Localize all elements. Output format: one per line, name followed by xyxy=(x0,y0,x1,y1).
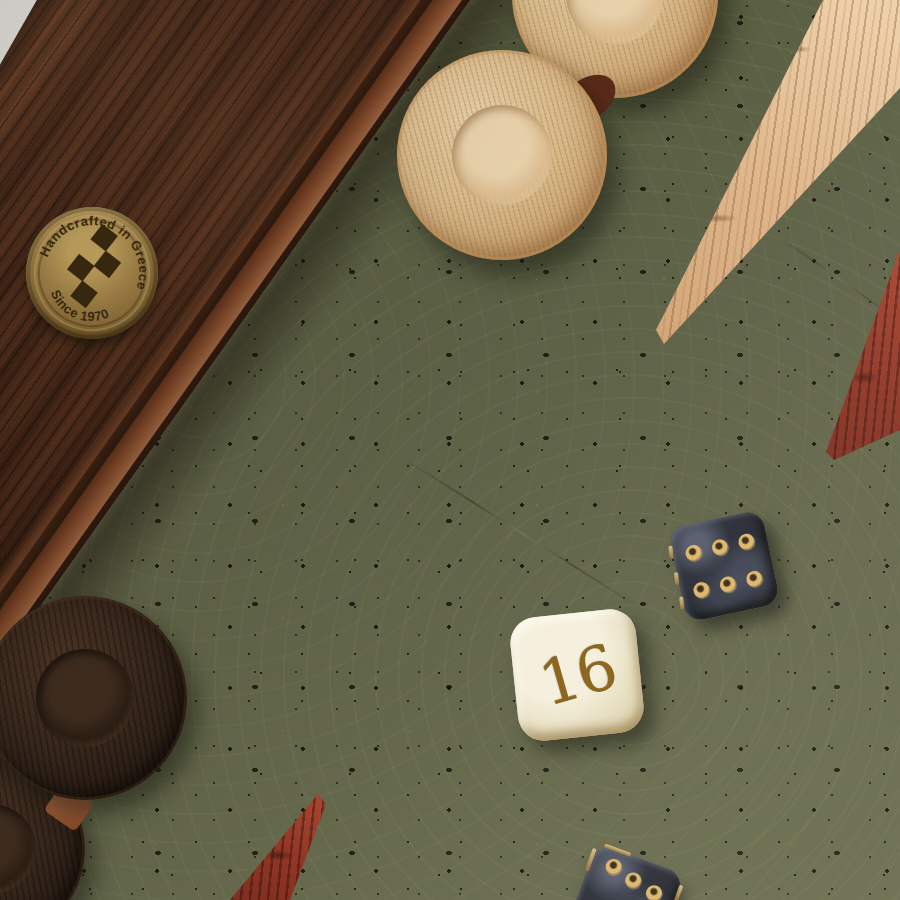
checker-center xyxy=(0,804,36,894)
die-edge-glint xyxy=(679,597,684,610)
die-edge-glint xyxy=(668,546,673,559)
doubling-cube[interactable]: 16 xyxy=(508,607,646,743)
checker-center xyxy=(452,105,553,206)
backgammon-set-photo: Handcrafted in Greece Since 1970 16 xyxy=(0,0,900,900)
die-pip xyxy=(737,532,756,551)
die-pip xyxy=(684,543,703,562)
doubling-cube-value: 16 xyxy=(531,630,623,721)
die-pip xyxy=(603,856,624,877)
die-edge-glint xyxy=(674,572,679,585)
checker-center xyxy=(566,0,665,44)
checker-light-front[interactable] xyxy=(397,50,607,260)
die-showing-six[interactable] xyxy=(667,509,781,623)
die-pip xyxy=(692,581,711,600)
die-pip xyxy=(711,538,730,557)
checker-center xyxy=(36,649,134,747)
die-pip xyxy=(643,883,664,900)
die-pip xyxy=(719,575,738,594)
die-pip xyxy=(745,570,764,589)
die-pip xyxy=(623,870,644,891)
